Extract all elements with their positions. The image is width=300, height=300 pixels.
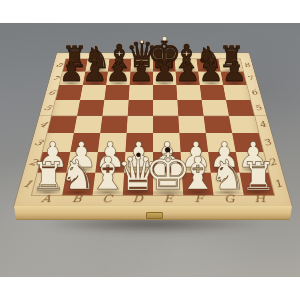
light-finial-icon (140, 41, 143, 44)
letterbox-top (0, 0, 300, 23)
fold-seam (39, 115, 266, 116)
chess-set-photo: ABCDEFGH 12345678 12345678 ♜♞♝♛♚♝♞♜♟♟♟♟♟… (0, 0, 300, 300)
chess-board: ABCDEFGH 12345678 12345678 (14, 53, 292, 207)
letterbox-bottom (0, 277, 300, 300)
file-label-e: E (163, 193, 173, 205)
photo-area: ABCDEFGH 12345678 12345678 ♜♞♝♛♚♝♞♜♟♟♟♟♟… (0, 23, 300, 277)
light-finial-icon (162, 36, 166, 40)
file-label-d: D (132, 193, 143, 205)
brass-hinge-icon (146, 212, 163, 219)
file-label-a: A (40, 193, 52, 205)
playing-area (32, 59, 274, 195)
file-label-c: C (102, 193, 113, 205)
file-label-b: B (71, 193, 82, 205)
file-label-g: G (223, 193, 235, 205)
file-label-h: H (253, 193, 267, 205)
file-label-f: F (194, 193, 204, 205)
board-frame: ABCDEFGH 12345678 12345678 (14, 53, 292, 207)
